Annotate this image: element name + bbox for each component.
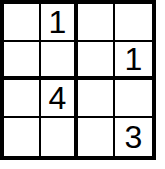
cell-r3c1[interactable] (4, 80, 41, 118)
cell-r2c1[interactable] (4, 42, 41, 80)
cell-r2c4[interactable]: 1 (115, 42, 152, 80)
cell-r3c4[interactable] (115, 80, 152, 118)
cell-r2c2[interactable] (41, 42, 78, 80)
cell-r1c1[interactable] (4, 4, 41, 42)
cell-r4c3[interactable] (78, 118, 115, 156)
cell-r4c1[interactable] (4, 118, 41, 156)
sudoku-board: 1 1 4 3 (0, 0, 156, 160)
cell-r1c2[interactable]: 1 (41, 4, 78, 42)
cell-r3c2[interactable]: 4 (41, 80, 78, 118)
cell-r1c3[interactable] (78, 4, 115, 42)
cell-r4c4[interactable]: 3 (115, 118, 152, 156)
cell-r2c3[interactable] (78, 42, 115, 80)
cell-r1c4[interactable] (115, 4, 152, 42)
page: 1 1 4 3 (0, 0, 165, 169)
cell-r4c2[interactable] (41, 118, 78, 156)
cell-r3c3[interactable] (78, 80, 115, 118)
